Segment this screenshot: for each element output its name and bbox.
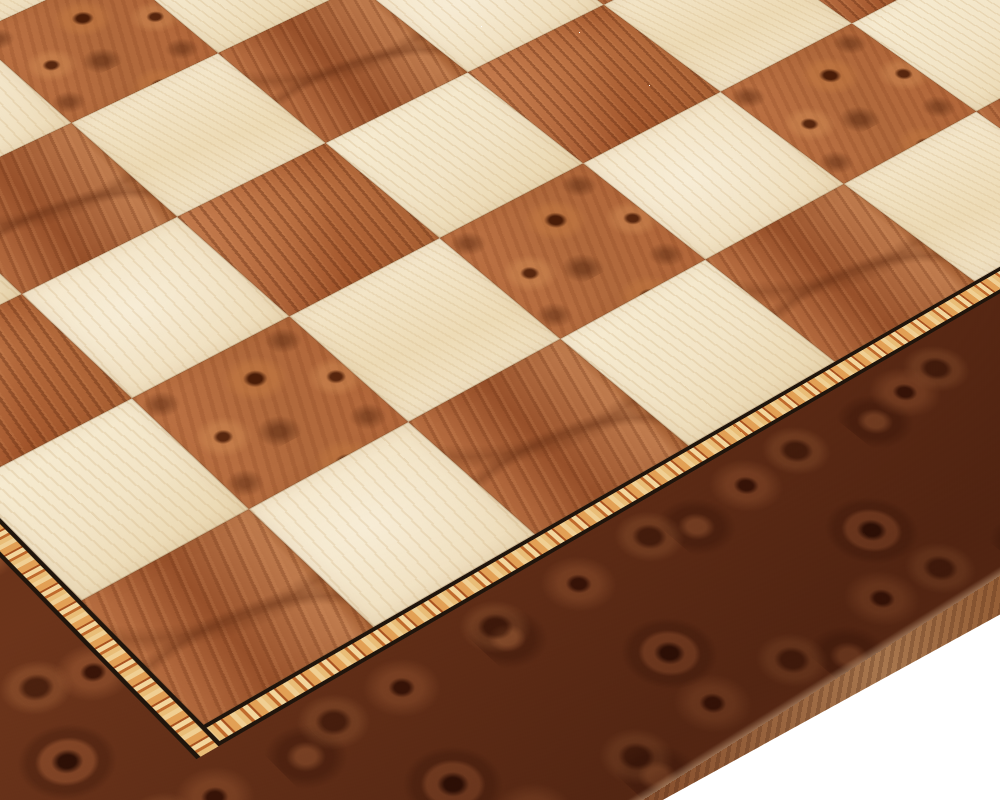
chessboard-photo-scene <box>0 0 1000 800</box>
